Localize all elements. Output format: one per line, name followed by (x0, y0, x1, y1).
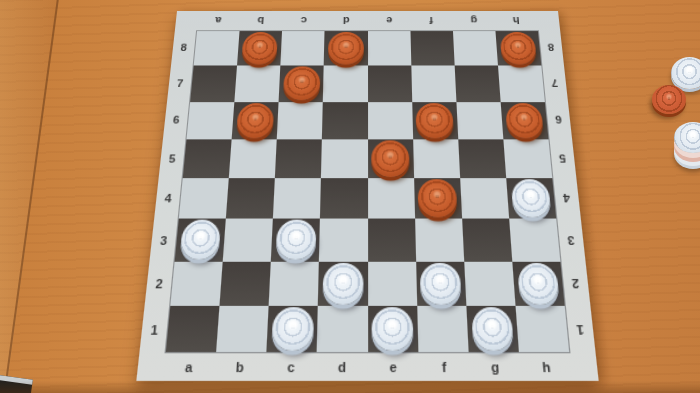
file-label-bottom-c: c (287, 359, 295, 374)
square-e4[interactable] (368, 178, 415, 219)
white-checker-h4[interactable] (510, 179, 552, 217)
square-e5[interactable] (368, 139, 414, 178)
square-c3[interactable] (271, 219, 320, 261)
rank-label-right-6: 6 (555, 114, 563, 126)
file-label-top-g: g (470, 15, 477, 26)
square-b3[interactable] (223, 219, 273, 261)
file-label-bottom-e: e (389, 359, 397, 374)
table-scene: abcdefgh 87654321 87654321 abcdefgh (0, 0, 700, 393)
white-checker-d2[interactable] (323, 263, 363, 305)
rank-label-left-4: 4 (164, 192, 172, 205)
square-d7[interactable] (323, 66, 367, 102)
file-label-top-a: a (215, 15, 222, 26)
square-e1[interactable] (368, 306, 418, 352)
file-labels-top: abcdefgh (196, 11, 539, 30)
square-d4[interactable] (320, 178, 367, 219)
square-f1[interactable] (417, 306, 469, 352)
file-label-bottom-b: b (235, 359, 244, 374)
file-label-top-e: e (386, 15, 392, 26)
rank-label-left-8: 8 (180, 42, 187, 53)
square-a5[interactable] (183, 139, 232, 178)
square-a6[interactable] (187, 102, 235, 139)
square-h2[interactable] (512, 261, 565, 305)
square-g4[interactable] (460, 178, 509, 219)
file-label-bottom-g: g (491, 359, 500, 374)
square-a7[interactable] (190, 66, 237, 102)
square-g6[interactable] (456, 102, 503, 139)
rank-label-right-4: 4 (563, 192, 571, 205)
square-d1[interactable] (317, 306, 367, 352)
rank-label-right-2: 2 (572, 277, 581, 291)
rank-label-left-1: 1 (150, 322, 159, 337)
square-c2[interactable] (269, 261, 319, 305)
square-g2[interactable] (464, 261, 515, 305)
square-g1[interactable] (466, 306, 519, 352)
square-f3[interactable] (415, 219, 464, 261)
square-g8[interactable] (453, 31, 498, 66)
square-a2[interactable] (170, 261, 223, 305)
square-d8[interactable] (324, 31, 367, 66)
file-labels-bottom: abcdefgh (162, 353, 573, 381)
orange-checker-f6[interactable] (416, 103, 454, 138)
square-c5[interactable] (275, 139, 322, 178)
square-a8[interactable] (194, 31, 240, 66)
white-checker-a3[interactable] (179, 220, 221, 260)
square-b1[interactable] (216, 306, 269, 352)
white-checker-e1[interactable] (372, 307, 413, 351)
orange-checker-f4[interactable] (418, 179, 458, 217)
square-b4[interactable] (226, 178, 275, 219)
square-f6[interactable] (412, 102, 458, 139)
white-checker-h2[interactable] (517, 263, 561, 305)
square-e2[interactable] (368, 261, 417, 305)
orange-checker-b8[interactable] (241, 32, 278, 64)
square-c1[interactable] (267, 306, 319, 352)
rank-label-left-7: 7 (176, 77, 184, 88)
file-label-top-d: d (343, 15, 350, 26)
square-g3[interactable] (462, 219, 512, 261)
file-label-top-b: b (257, 15, 264, 26)
square-h4[interactable] (506, 178, 556, 219)
orange-checker-c7[interactable] (283, 67, 320, 101)
square-a3[interactable] (175, 219, 226, 261)
square-f4[interactable] (414, 178, 462, 219)
rank-label-right-8: 8 (548, 42, 555, 53)
square-h7[interactable] (498, 66, 545, 102)
rank-label-right-1: 1 (576, 322, 585, 337)
table-edge-shadow (0, 381, 700, 393)
orange-checker-d8[interactable] (328, 32, 364, 64)
square-d3[interactable] (319, 219, 367, 261)
square-h5[interactable] (503, 139, 552, 178)
square-b2[interactable] (220, 261, 271, 305)
square-e6[interactable] (368, 102, 413, 139)
square-d2[interactable] (318, 261, 367, 305)
rank-label-right-5: 5 (559, 152, 567, 164)
rank-label-left-6: 6 (172, 114, 180, 126)
rank-label-left-3: 3 (160, 234, 168, 247)
square-d6[interactable] (322, 102, 367, 139)
file-label-bottom-f: f (442, 359, 447, 374)
orange-checker-h6[interactable] (505, 103, 545, 138)
orange-checker-h8[interactable] (499, 32, 537, 64)
square-h1[interactable] (515, 306, 569, 352)
square-b6[interactable] (232, 102, 279, 139)
off-board-white-piece[interactable] (671, 57, 700, 89)
square-g5[interactable] (458, 139, 506, 178)
rank-label-left-5: 5 (168, 152, 176, 164)
square-c4[interactable] (273, 178, 321, 219)
square-h3[interactable] (509, 219, 560, 261)
square-e7[interactable] (368, 66, 412, 102)
off-board-orange-piece[interactable] (652, 85, 686, 114)
square-f5[interactable] (413, 139, 460, 178)
white-checker-c1[interactable] (271, 307, 313, 351)
off-board-white-piece-stack[interactable] (674, 122, 700, 153)
square-f7[interactable] (411, 66, 456, 102)
square-f2[interactable] (416, 261, 466, 305)
rank-label-right-7: 7 (551, 77, 559, 88)
square-e8[interactable] (368, 31, 411, 66)
file-label-bottom-a: a (184, 359, 193, 374)
square-c8[interactable] (281, 31, 325, 66)
square-b8[interactable] (237, 31, 282, 66)
white-checker-f2[interactable] (420, 263, 461, 305)
board-paper: abcdefgh 87654321 87654321 abcdefgh (136, 11, 598, 381)
file-label-top-h: h (513, 15, 521, 26)
file-label-bottom-d: d (338, 359, 346, 374)
square-f8[interactable] (410, 31, 454, 66)
rank-label-left-2: 2 (155, 277, 164, 291)
square-b7[interactable] (235, 66, 281, 102)
square-b5[interactable] (229, 139, 277, 178)
square-h6[interactable] (500, 102, 548, 139)
white-checker-g1[interactable] (471, 307, 515, 351)
checkers-board: abcdefgh 87654321 87654321 abcdefgh (136, 11, 598, 381)
orange-checker-e5[interactable] (372, 140, 410, 177)
square-e3[interactable] (368, 219, 416, 261)
square-h8[interactable] (495, 31, 541, 66)
square-c7[interactable] (279, 66, 324, 102)
white-checker-c3[interactable] (275, 220, 316, 260)
square-d5[interactable] (321, 139, 367, 178)
square-g7[interactable] (454, 66, 500, 102)
square-a4[interactable] (179, 178, 229, 219)
orange-checker-b6[interactable] (236, 103, 275, 138)
file-label-top-f: f (429, 15, 433, 26)
rank-label-right-3: 3 (567, 234, 575, 247)
square-c6[interactable] (277, 102, 323, 139)
board-grid (165, 30, 571, 353)
file-label-bottom-h: h (542, 359, 551, 374)
square-a1[interactable] (166, 306, 220, 352)
file-label-top-c: c (300, 15, 307, 26)
